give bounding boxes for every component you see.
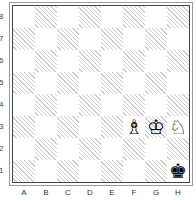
square-b4[interactable]	[35, 94, 57, 116]
file-label-b: B	[35, 188, 57, 197]
square-e1[interactable]	[101, 160, 123, 182]
square-h2[interactable]	[167, 138, 189, 160]
rank-label-5: 5	[0, 72, 9, 94]
square-c7[interactable]	[57, 28, 79, 50]
square-b5[interactable]	[35, 72, 57, 94]
square-d7[interactable]	[79, 28, 101, 50]
square-b2[interactable]	[35, 138, 57, 160]
square-c1[interactable]	[57, 160, 79, 182]
square-a1[interactable]	[13, 160, 35, 182]
file-label-d: D	[79, 188, 101, 197]
square-a4[interactable]	[13, 94, 35, 116]
square-e4[interactable]	[101, 94, 123, 116]
square-c8[interactable]	[57, 6, 79, 28]
square-h5[interactable]	[167, 72, 189, 94]
square-f1[interactable]	[123, 160, 145, 182]
square-g7[interactable]	[145, 28, 167, 50]
rank-label-3: 3	[0, 116, 9, 138]
chess-diagram: 87654321 ♗♔♘♚ ABCDEFGH	[0, 0, 196, 200]
file-label-a: A	[13, 188, 35, 197]
square-d1[interactable]	[79, 160, 101, 182]
square-g3[interactable]: ♔	[145, 116, 167, 138]
square-f2[interactable]	[123, 138, 145, 160]
rank-label-7: 7	[0, 28, 9, 50]
square-a2[interactable]	[13, 138, 35, 160]
board-frame: ♗♔♘♚	[9, 2, 193, 186]
square-h1[interactable]: ♚	[167, 160, 189, 182]
square-g2[interactable]	[145, 138, 167, 160]
square-e5[interactable]	[101, 72, 123, 94]
square-d6[interactable]	[79, 50, 101, 72]
white-knight[interactable]: ♘	[169, 116, 187, 138]
square-f3[interactable]: ♗	[123, 116, 145, 138]
square-e7[interactable]	[101, 28, 123, 50]
square-a8[interactable]	[13, 6, 35, 28]
square-h4[interactable]	[167, 94, 189, 116]
square-h7[interactable]	[167, 28, 189, 50]
square-a6[interactable]	[13, 50, 35, 72]
square-a5[interactable]	[13, 72, 35, 94]
square-e2[interactable]	[101, 138, 123, 160]
square-e6[interactable]	[101, 50, 123, 72]
rank-labels: 87654321	[0, 2, 9, 182]
square-g8[interactable]	[145, 6, 167, 28]
board-area: 87654321 ♗♔♘♚	[0, 2, 193, 186]
square-b7[interactable]	[35, 28, 57, 50]
square-d5[interactable]	[79, 72, 101, 94]
square-f5[interactable]	[123, 72, 145, 94]
square-e8[interactable]	[101, 6, 123, 28]
square-f4[interactable]	[123, 94, 145, 116]
square-c2[interactable]	[57, 138, 79, 160]
file-label-f: F	[123, 188, 145, 197]
rank-label-4: 4	[0, 94, 9, 116]
board-grid: ♗♔♘♚	[12, 5, 190, 183]
square-b3[interactable]	[35, 116, 57, 138]
square-b1[interactable]	[35, 160, 57, 182]
square-d3[interactable]	[79, 116, 101, 138]
rank-label-6: 6	[0, 50, 9, 72]
square-d8[interactable]	[79, 6, 101, 28]
file-label-h: H	[167, 188, 189, 197]
rank-label-8: 8	[0, 6, 9, 28]
square-c5[interactable]	[57, 72, 79, 94]
rank-label-1: 1	[0, 160, 9, 182]
white-king[interactable]: ♔	[147, 116, 165, 138]
square-d4[interactable]	[79, 94, 101, 116]
square-h8[interactable]	[167, 6, 189, 28]
square-a3[interactable]	[13, 116, 35, 138]
square-c3[interactable]	[57, 116, 79, 138]
square-e3[interactable]	[101, 116, 123, 138]
file-label-c: C	[57, 188, 79, 197]
square-b8[interactable]	[35, 6, 57, 28]
square-h6[interactable]	[167, 50, 189, 72]
rank-label-2: 2	[0, 138, 9, 160]
white-bishop[interactable]: ♗	[125, 116, 143, 138]
square-g5[interactable]	[145, 72, 167, 94]
square-h3[interactable]: ♘	[167, 116, 189, 138]
square-f6[interactable]	[123, 50, 145, 72]
file-label-e: E	[101, 188, 123, 197]
square-f8[interactable]	[123, 6, 145, 28]
square-c4[interactable]	[57, 94, 79, 116]
file-label-g: G	[145, 188, 167, 197]
square-g4[interactable]	[145, 94, 167, 116]
square-g6[interactable]	[145, 50, 167, 72]
black-king[interactable]: ♚	[169, 160, 187, 182]
square-b6[interactable]	[35, 50, 57, 72]
square-f7[interactable]	[123, 28, 145, 50]
square-g1[interactable]	[145, 160, 167, 182]
file-labels: ABCDEFGH	[13, 188, 189, 197]
square-c6[interactable]	[57, 50, 79, 72]
square-d2[interactable]	[79, 138, 101, 160]
square-a7[interactable]	[13, 28, 35, 50]
